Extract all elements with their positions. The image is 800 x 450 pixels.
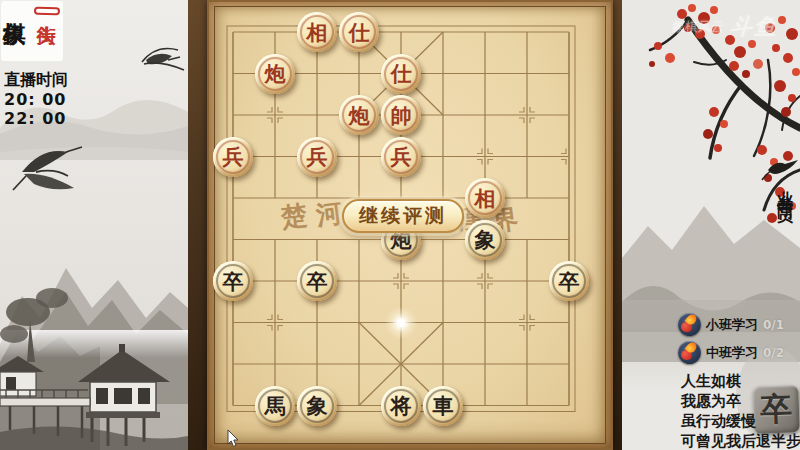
river-text-char: 楚 xyxy=(280,202,309,231)
piece-red-仕[interactable]: 仕 xyxy=(381,54,421,94)
piece-ring xyxy=(384,140,418,174)
piece-red-兵[interactable]: 兵 xyxy=(297,137,337,177)
live-time-value: 22: 00 xyxy=(4,109,67,128)
piece-ring xyxy=(216,264,250,298)
piece-red-兵[interactable]: 兵 xyxy=(213,137,253,177)
piece-black-卒[interactable]: 卒 xyxy=(297,261,337,301)
piece-black-馬[interactable]: 馬 xyxy=(255,386,295,426)
logo-seal-text: 街头 xyxy=(34,7,60,16)
piece-red-帥[interactable]: 帥 xyxy=(381,95,421,135)
vertical-banner: 业叁守門员 xyxy=(774,178,795,198)
piece-red-仕[interactable]: 仕 xyxy=(339,12,379,52)
piece-ring xyxy=(216,140,250,174)
piece-black-卒[interactable]: 卒 xyxy=(549,261,589,301)
live-time-label: 直播时间 xyxy=(4,70,68,91)
continue-eval-button[interactable]: 继续评测 xyxy=(342,199,464,233)
channel-logo: 象棋 街头 xyxy=(1,1,63,61)
piece-ring xyxy=(300,264,334,298)
poem-line: 可曾见我后退半步 xyxy=(681,431,800,450)
badge-icon xyxy=(678,341,701,364)
watermark-text: 象棋风云 xyxy=(671,18,724,36)
piece-red-相[interactable]: 相 xyxy=(297,12,337,52)
piece-red-炮[interactable]: 炮 xyxy=(339,95,379,135)
poem-line: 我愿为卒 xyxy=(681,391,800,411)
badge-count: 0/2 xyxy=(763,346,784,360)
piece-ring xyxy=(384,98,418,132)
piece-black-象[interactable]: 象 xyxy=(297,386,337,426)
piece-ring xyxy=(468,181,502,215)
move-highlight-glow xyxy=(384,306,418,340)
study-badge-row[interactable]: 中班学习0/2 xyxy=(678,341,784,364)
piece-black-卒[interactable]: 卒 xyxy=(213,261,253,301)
ink-painting-left xyxy=(0,0,188,450)
piece-black-車[interactable]: 車 xyxy=(423,386,463,426)
piece-ring xyxy=(468,223,502,257)
piece-ring xyxy=(258,389,292,423)
study-badges: 小班学习0/1中班学习0/2 xyxy=(678,313,784,364)
douyu-logo: 斗鱼 xyxy=(729,12,779,42)
piece-ring xyxy=(258,57,292,91)
piece-ring xyxy=(552,264,586,298)
piece-ring xyxy=(384,57,418,91)
piece-red-相[interactable]: 相 xyxy=(465,178,505,218)
poem-line: 虽行动缓慢 xyxy=(681,411,800,431)
poem-line: 人生如棋 xyxy=(681,371,800,391)
piece-ring xyxy=(300,140,334,174)
stream-watermark: 象棋风云 斗鱼 xyxy=(671,12,779,42)
study-badge-row[interactable]: 小班学习0/1 xyxy=(678,313,784,336)
piece-ring xyxy=(300,15,334,49)
right-info-panel: 象棋风云 斗鱼 业叁守門员 小班学习0/1中班学习0/2 卒 人生如棋我愿为卒虽… xyxy=(622,0,800,450)
badge-label: 小班学习 xyxy=(706,316,758,334)
piece-red-兵[interactable]: 兵 xyxy=(381,137,421,177)
badge-count: 0/1 xyxy=(763,318,784,332)
live-time-value: 20: 00 xyxy=(4,90,67,109)
piece-ring xyxy=(342,15,376,49)
piece-black-将[interactable]: 将 xyxy=(381,386,421,426)
signature-poem: 人生如棋我愿为卒虽行动缓慢可曾见我后退半步 xyxy=(681,371,800,450)
badge-icon xyxy=(678,313,701,336)
left-info-panel: 象棋 街头 直播时间 20: 00 22: 00 xyxy=(0,0,188,450)
river-text-char: 河 xyxy=(315,200,344,229)
piece-red-炮[interactable]: 炮 xyxy=(255,54,295,94)
badge-label: 中班学习 xyxy=(706,344,758,362)
stream-stage: 象棋 街头 直播时间 20: 00 22: 00 楚河漢界相仕炮仕炮帥兵兵兵相炮… xyxy=(0,0,800,450)
piece-ring xyxy=(426,389,460,423)
piece-black-象[interactable]: 象 xyxy=(465,220,505,260)
piece-ring xyxy=(300,389,334,423)
piece-ring xyxy=(384,389,418,423)
piece-ring xyxy=(342,98,376,132)
xiangqi-board[interactable]: 楚河漢界相仕炮仕炮帥兵兵兵相炮象卒卒卒馬象将車 继续评测 xyxy=(207,0,613,450)
mouse-cursor-icon xyxy=(227,429,240,448)
